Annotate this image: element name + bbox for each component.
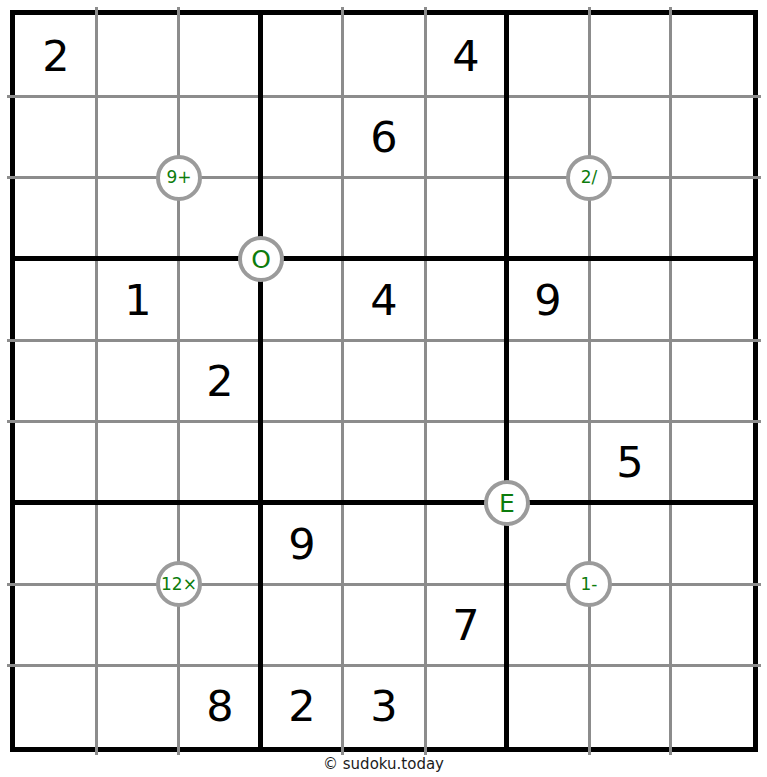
mathrax-clue-label: 2/ (581, 169, 598, 186)
given-digit-r9c3: 8 (206, 685, 233, 728)
grid-line-vertical-8 (669, 7, 672, 755)
grid-line-vertical-6 (504, 15, 509, 747)
given-digit-r9c4: 2 (288, 685, 315, 728)
mathrax-clue-circle-r2c2: 9+ (156, 155, 202, 201)
grid-line-horizontal-4 (7, 339, 761, 342)
given-digit-r4c7: 9 (534, 278, 561, 321)
footer-credit: © sudoku.today (0, 755, 767, 773)
given-digit-r7c4: 9 (288, 522, 315, 565)
mathrax-clue-circle-r3c3: O (238, 236, 284, 282)
given-digit-r8c6: 7 (452, 604, 479, 647)
grid-line-vertical-1 (95, 7, 98, 755)
given-digit-r5c3: 2 (206, 360, 233, 403)
grid-line-vertical-5 (424, 7, 427, 755)
grid-line-horizontal-2 (7, 176, 761, 179)
grid-line-horizontal-5 (7, 420, 761, 423)
mathrax-clue-label: O (251, 247, 271, 272)
sudoku-board: 24614925978239+2/OE12×1- (10, 10, 758, 752)
page: 24614925978239+2/OE12×1- © sudoku.today (0, 0, 767, 777)
mathrax-clue-label: 1- (581, 576, 598, 593)
given-digit-r4c2: 1 (124, 278, 151, 321)
given-digit-r1c6: 4 (452, 34, 479, 77)
grid-line-horizontal-8 (7, 664, 761, 667)
grid-line-vertical-2 (177, 7, 180, 755)
given-digit-r2c5: 6 (370, 116, 397, 159)
mathrax-clue-label: 9+ (166, 169, 191, 186)
grid-line-horizontal-6 (15, 500, 753, 505)
grid-line-vertical-4 (341, 7, 344, 755)
given-digit-r1c1: 2 (42, 34, 69, 77)
grid-line-vertical-3 (258, 15, 263, 747)
mathrax-clue-circle-r6c6: E (484, 480, 530, 526)
grid-line-horizontal-1 (7, 95, 761, 98)
mathrax-clue-circle-r2c7: 2/ (566, 155, 612, 201)
mathrax-clue-circle-r7c2: 12× (156, 561, 202, 607)
mathrax-clue-circle-r7c7: 1- (566, 561, 612, 607)
grid-line-vertical-7 (588, 7, 591, 755)
mathrax-clue-label: E (499, 491, 515, 516)
mathrax-clue-label: 12× (161, 576, 197, 593)
given-digit-r9c5: 3 (370, 685, 397, 728)
given-digit-r4c5: 4 (370, 278, 397, 321)
grid-line-horizontal-3 (15, 256, 753, 261)
grid-line-horizontal-7 (7, 583, 761, 586)
given-digit-r6c8: 5 (616, 441, 643, 484)
